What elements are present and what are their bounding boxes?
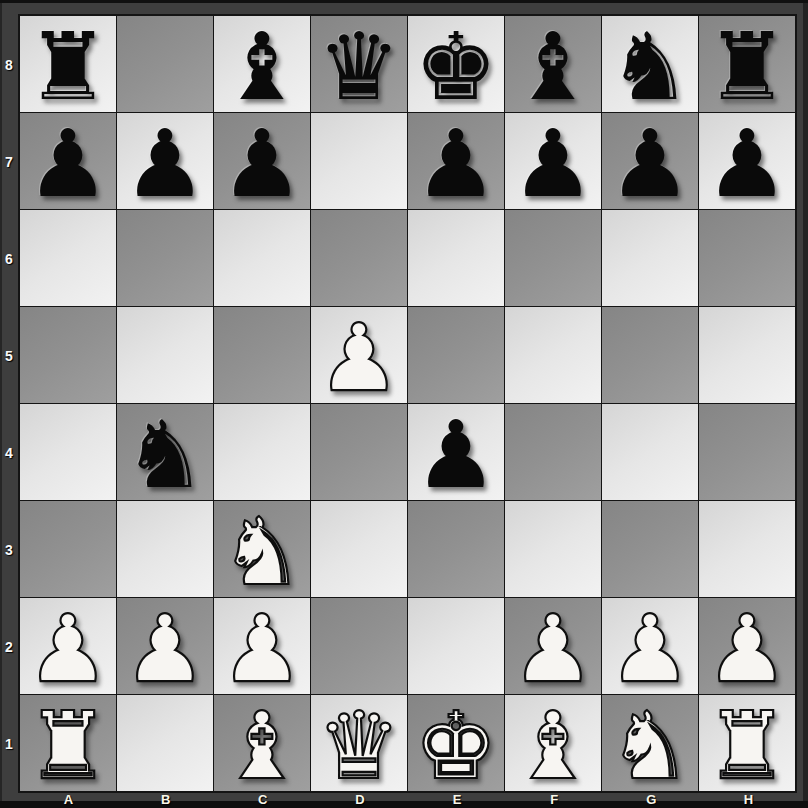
square-c7[interactable]: ♟ (214, 113, 310, 209)
file-label-e: E (409, 794, 506, 806)
piece-white-bishop-c1[interactable]: ♝ (214, 698, 310, 794)
square-d7[interactable] (311, 113, 407, 209)
piece-black-pawn-b7[interactable]: ♟ (117, 116, 213, 212)
board-frame: ♜♝♛♚♝♞♜♟♟♟♟♟♟♟♟♞♟♞♟♟♟♟♟♟♜♝♛♚♝♞♜ 87654321… (0, 0, 808, 808)
square-h6[interactable] (699, 210, 795, 306)
square-e4[interactable]: ♟ (408, 404, 504, 500)
piece-white-king-e1[interactable]: ♚ (408, 698, 504, 794)
piece-black-knight-g8[interactable]: ♞ (602, 19, 698, 115)
square-a2[interactable]: ♟ (20, 598, 116, 694)
square-b1[interactable] (117, 695, 213, 791)
square-d6[interactable] (311, 210, 407, 306)
file-coordinates: ABCDEFGH (20, 794, 797, 806)
square-b6[interactable] (117, 210, 213, 306)
chess-board: ♜♝♛♚♝♞♜♟♟♟♟♟♟♟♟♞♟♞♟♟♟♟♟♟♜♝♛♚♝♞♜ (18, 14, 797, 793)
square-a3[interactable] (20, 501, 116, 597)
piece-black-pawn-e7[interactable]: ♟ (408, 116, 504, 212)
square-e5[interactable] (408, 307, 504, 403)
square-f8[interactable]: ♝ (505, 16, 601, 112)
square-b4[interactable]: ♞ (117, 404, 213, 500)
square-e1[interactable]: ♚ (408, 695, 504, 791)
square-e2[interactable] (408, 598, 504, 694)
rank-coordinates: 87654321 (0, 16, 18, 792)
file-label-b: B (117, 794, 214, 806)
square-f5[interactable] (505, 307, 601, 403)
piece-black-bishop-f8[interactable]: ♝ (505, 19, 601, 115)
square-h2[interactable]: ♟ (699, 598, 795, 694)
piece-white-rook-h1[interactable]: ♜ (699, 698, 795, 794)
square-b3[interactable] (117, 501, 213, 597)
piece-black-pawn-a7[interactable]: ♟ (20, 116, 116, 212)
piece-white-knight-g1[interactable]: ♞ (602, 698, 698, 794)
square-g1[interactable]: ♞ (602, 695, 698, 791)
square-d8[interactable]: ♛ (311, 16, 407, 112)
piece-black-pawn-f7[interactable]: ♟ (505, 116, 601, 212)
square-b2[interactable]: ♟ (117, 598, 213, 694)
rank-label-5: 5 (0, 307, 18, 404)
rank-label-4: 4 (0, 404, 18, 501)
piece-black-bishop-c8[interactable]: ♝ (214, 19, 310, 115)
square-f4[interactable] (505, 404, 601, 500)
square-h4[interactable] (699, 404, 795, 500)
file-label-d: D (311, 794, 408, 806)
square-h7[interactable]: ♟ (699, 113, 795, 209)
piece-black-pawn-e4[interactable]: ♟ (408, 407, 504, 503)
square-f6[interactable] (505, 210, 601, 306)
piece-white-knight-c3[interactable]: ♞ (214, 504, 310, 600)
square-d5[interactable]: ♟ (311, 307, 407, 403)
file-label-c: C (214, 794, 311, 806)
file-label-h: H (700, 794, 797, 806)
file-label-f: F (506, 794, 603, 806)
piece-black-knight-b4[interactable]: ♞ (117, 407, 213, 503)
square-f1[interactable]: ♝ (505, 695, 601, 791)
square-a5[interactable] (20, 307, 116, 403)
square-a7[interactable]: ♟ (20, 113, 116, 209)
frame-top-edge (0, 0, 808, 3)
square-h3[interactable] (699, 501, 795, 597)
piece-black-king-e8[interactable]: ♚ (408, 19, 504, 115)
rank-label-8: 8 (0, 16, 18, 113)
square-c4[interactable] (214, 404, 310, 500)
square-g6[interactable] (602, 210, 698, 306)
frame-right-edge (803, 3, 808, 801)
piece-white-pawn-a2[interactable]: ♟ (20, 601, 116, 697)
square-g7[interactable]: ♟ (602, 113, 698, 209)
piece-white-pawn-d5[interactable]: ♟ (311, 310, 407, 406)
piece-black-rook-h8[interactable]: ♜ (699, 19, 795, 115)
piece-white-pawn-b2[interactable]: ♟ (117, 601, 213, 697)
piece-white-pawn-c2[interactable]: ♟ (214, 601, 310, 697)
square-c2[interactable]: ♟ (214, 598, 310, 694)
square-g5[interactable] (602, 307, 698, 403)
square-c1[interactable]: ♝ (214, 695, 310, 791)
square-a1[interactable]: ♜ (20, 695, 116, 791)
square-c5[interactable] (214, 307, 310, 403)
square-e7[interactable]: ♟ (408, 113, 504, 209)
rank-label-7: 7 (0, 113, 18, 210)
square-g2[interactable]: ♟ (602, 598, 698, 694)
square-h1[interactable]: ♜ (699, 695, 795, 791)
square-d4[interactable] (311, 404, 407, 500)
square-c3[interactable]: ♞ (214, 501, 310, 597)
piece-white-pawn-f2[interactable]: ♟ (505, 601, 601, 697)
piece-white-bishop-f1[interactable]: ♝ (505, 698, 601, 794)
square-c8[interactable]: ♝ (214, 16, 310, 112)
file-label-g: G (603, 794, 700, 806)
file-label-a: A (20, 794, 117, 806)
square-d1[interactable]: ♛ (311, 695, 407, 791)
square-g8[interactable]: ♞ (602, 16, 698, 112)
piece-black-rook-a8[interactable]: ♜ (20, 19, 116, 115)
piece-black-pawn-c7[interactable]: ♟ (214, 116, 310, 212)
rank-label-1: 1 (0, 695, 18, 792)
piece-black-pawn-h7[interactable]: ♟ (699, 116, 795, 212)
square-e6[interactable] (408, 210, 504, 306)
piece-white-pawn-g2[interactable]: ♟ (602, 601, 698, 697)
square-g3[interactable] (602, 501, 698, 597)
square-e8[interactable]: ♚ (408, 16, 504, 112)
square-c6[interactable] (214, 210, 310, 306)
square-d2[interactable] (311, 598, 407, 694)
square-b7[interactable]: ♟ (117, 113, 213, 209)
square-h8[interactable]: ♜ (699, 16, 795, 112)
square-a4[interactable] (20, 404, 116, 500)
rank-label-2: 2 (0, 598, 18, 695)
square-a8[interactable]: ♜ (20, 16, 116, 112)
square-f2[interactable]: ♟ (505, 598, 601, 694)
rank-label-6: 6 (0, 210, 18, 307)
square-g4[interactable] (602, 404, 698, 500)
rank-label-3: 3 (0, 501, 18, 598)
square-e3[interactable] (408, 501, 504, 597)
piece-white-rook-a1[interactable]: ♜ (20, 698, 116, 794)
piece-white-queen-d1[interactable]: ♛ (311, 698, 407, 794)
square-d3[interactable] (311, 501, 407, 597)
square-b8[interactable] (117, 16, 213, 112)
piece-white-pawn-h2[interactable]: ♟ (699, 601, 795, 697)
square-f3[interactable] (505, 501, 601, 597)
square-b5[interactable] (117, 307, 213, 403)
piece-black-queen-d8[interactable]: ♛ (311, 19, 407, 115)
square-f7[interactable]: ♟ (505, 113, 601, 209)
piece-black-pawn-g7[interactable]: ♟ (602, 116, 698, 212)
square-a6[interactable] (20, 210, 116, 306)
square-h5[interactable] (699, 307, 795, 403)
